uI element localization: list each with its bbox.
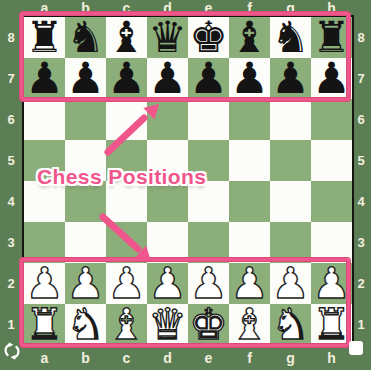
square-a7[interactable]: ♟ bbox=[24, 58, 65, 99]
white-pawn: ♟ bbox=[25, 263, 64, 304]
white-pawn: ♟ bbox=[230, 263, 269, 304]
square-e6[interactable] bbox=[188, 99, 229, 140]
square-d6[interactable] bbox=[147, 99, 188, 140]
square-d2[interactable]: ♟ bbox=[147, 263, 188, 304]
rank-labels-right: 87654321 bbox=[350, 17, 371, 345]
square-b3[interactable] bbox=[65, 222, 106, 263]
file-label-b: b bbox=[81, 351, 90, 365]
square-h5[interactable] bbox=[311, 140, 352, 181]
file-label-c: c bbox=[123, 1, 131, 15]
rank-label-2: 2 bbox=[7, 277, 14, 290]
rank-label-5: 5 bbox=[357, 154, 364, 167]
file-label-h: h bbox=[327, 1, 336, 15]
black-pawn: ♟ bbox=[148, 58, 187, 99]
square-c2[interactable]: ♟ bbox=[106, 263, 147, 304]
rank-label-1: 1 bbox=[357, 318, 364, 331]
file-label-d: d bbox=[163, 351, 172, 365]
rank-label-7: 7 bbox=[7, 72, 14, 85]
black-pawn: ♟ bbox=[230, 58, 269, 99]
white-knight: ♞ bbox=[271, 304, 310, 345]
square-f3[interactable] bbox=[229, 222, 270, 263]
file-label-e: e bbox=[205, 351, 213, 365]
black-rook: ♜ bbox=[25, 17, 64, 58]
square-g4[interactable] bbox=[270, 181, 311, 222]
black-queen: ♛ bbox=[148, 17, 187, 58]
square-c7[interactable]: ♟ bbox=[106, 58, 147, 99]
square-f5[interactable] bbox=[229, 140, 270, 181]
square-b6[interactable] bbox=[65, 99, 106, 140]
white-pawn: ♟ bbox=[271, 263, 310, 304]
white-pawn: ♟ bbox=[148, 263, 187, 304]
square-g5[interactable] bbox=[270, 140, 311, 181]
file-label-g: g bbox=[286, 1, 295, 15]
square-b2[interactable]: ♟ bbox=[65, 263, 106, 304]
square-g1[interactable]: ♞ bbox=[270, 304, 311, 345]
square-g3[interactable] bbox=[270, 222, 311, 263]
rank-label-2: 2 bbox=[357, 277, 364, 290]
rank-label-7: 7 bbox=[357, 72, 364, 85]
file-label-a: a bbox=[41, 351, 49, 365]
black-bishop: ♝ bbox=[230, 17, 269, 58]
chess-positions-label: Chess Positions bbox=[37, 165, 206, 189]
square-e2[interactable]: ♟ bbox=[188, 263, 229, 304]
black-rook: ♜ bbox=[312, 17, 351, 58]
black-knight: ♞ bbox=[66, 17, 105, 58]
square-c8[interactable]: ♝ bbox=[106, 17, 147, 58]
square-d1[interactable]: ♛ bbox=[147, 304, 188, 345]
black-king: ♚ bbox=[189, 17, 228, 58]
rank-labels-left: 87654321 bbox=[0, 17, 22, 345]
rank-label-6: 6 bbox=[357, 113, 364, 126]
file-labels-bottom: abcdefgh bbox=[24, 345, 352, 370]
square-f4[interactable] bbox=[229, 181, 270, 222]
file-label-h: h bbox=[327, 351, 336, 365]
square-d8[interactable]: ♛ bbox=[147, 17, 188, 58]
square-h1[interactable]: ♜ bbox=[311, 304, 352, 345]
file-labels-top: abcdefgh bbox=[24, 0, 352, 16]
square-b7[interactable]: ♟ bbox=[65, 58, 106, 99]
square-a1[interactable]: ♜ bbox=[24, 304, 65, 345]
white-pawn: ♟ bbox=[189, 263, 228, 304]
rank-label-1: 1 bbox=[7, 318, 14, 331]
square-h6[interactable] bbox=[311, 99, 352, 140]
square-d7[interactable]: ♟ bbox=[147, 58, 188, 99]
square-f8[interactable]: ♝ bbox=[229, 17, 270, 58]
rank-label-6: 6 bbox=[7, 113, 14, 126]
black-pawn: ♟ bbox=[66, 58, 105, 99]
square-b8[interactable]: ♞ bbox=[65, 17, 106, 58]
square-c3[interactable] bbox=[106, 222, 147, 263]
file-label-f: f bbox=[247, 1, 252, 15]
white-rook: ♜ bbox=[25, 304, 64, 345]
file-label-b: b bbox=[81, 1, 90, 15]
white-rook: ♜ bbox=[312, 304, 351, 345]
square-h4[interactable] bbox=[311, 181, 352, 222]
file-label-e: e bbox=[205, 1, 213, 15]
white-king: ♚ bbox=[189, 304, 228, 345]
black-pawn: ♟ bbox=[189, 58, 228, 99]
rank-label-8: 8 bbox=[357, 31, 364, 44]
square-h7[interactable]: ♟ bbox=[311, 58, 352, 99]
black-pawn: ♟ bbox=[107, 58, 146, 99]
white-bishop: ♝ bbox=[230, 304, 269, 345]
square-e3[interactable] bbox=[188, 222, 229, 263]
black-bishop: ♝ bbox=[107, 17, 146, 58]
square-a6[interactable] bbox=[24, 99, 65, 140]
square-f2[interactable]: ♟ bbox=[229, 263, 270, 304]
square-f1[interactable]: ♝ bbox=[229, 304, 270, 345]
square-a8[interactable]: ♜ bbox=[24, 17, 65, 58]
file-label-d: d bbox=[163, 1, 172, 15]
black-pawn: ♟ bbox=[312, 58, 351, 99]
square-d3[interactable] bbox=[147, 222, 188, 263]
white-bishop: ♝ bbox=[107, 304, 146, 345]
square-e1[interactable]: ♚ bbox=[188, 304, 229, 345]
square-e7[interactable]: ♟ bbox=[188, 58, 229, 99]
square-g2[interactable]: ♟ bbox=[270, 263, 311, 304]
square-c1[interactable]: ♝ bbox=[106, 304, 147, 345]
file-label-f: f bbox=[247, 351, 252, 365]
black-pawn: ♟ bbox=[271, 58, 310, 99]
square-a2[interactable]: ♟ bbox=[24, 263, 65, 304]
white-knight: ♞ bbox=[66, 304, 105, 345]
square-b1[interactable]: ♞ bbox=[65, 304, 106, 345]
square-g6[interactable] bbox=[270, 99, 311, 140]
square-a3[interactable] bbox=[24, 222, 65, 263]
rank-label-4: 4 bbox=[357, 195, 364, 208]
file-label-a: a bbox=[41, 1, 49, 15]
square-c6[interactable] bbox=[106, 99, 147, 140]
file-label-g: g bbox=[286, 351, 295, 365]
square-g8[interactable]: ♞ bbox=[270, 17, 311, 58]
square-f7[interactable]: ♟ bbox=[229, 58, 270, 99]
rank-label-3: 3 bbox=[7, 236, 14, 249]
square-f6[interactable] bbox=[229, 99, 270, 140]
rank-label-4: 4 bbox=[7, 195, 14, 208]
file-label-c: c bbox=[123, 351, 131, 365]
square-h3[interactable] bbox=[311, 222, 352, 263]
chess-diagram: abcdefgh abcdefgh 87654321 87654321 ♜♞♝♛… bbox=[0, 0, 371, 370]
rank-label-3: 3 bbox=[357, 236, 364, 249]
square-h8[interactable]: ♜ bbox=[311, 17, 352, 58]
white-pawn: ♟ bbox=[312, 263, 351, 304]
white-queen: ♛ bbox=[148, 304, 187, 345]
white-square-icon[interactable] bbox=[349, 341, 363, 355]
rank-label-5: 5 bbox=[7, 154, 14, 167]
black-pawn: ♟ bbox=[25, 58, 64, 99]
white-pawn: ♟ bbox=[66, 263, 105, 304]
white-pawn: ♟ bbox=[107, 263, 146, 304]
square-h2[interactable]: ♟ bbox=[311, 263, 352, 304]
square-g7[interactable]: ♟ bbox=[270, 58, 311, 99]
square-e8[interactable]: ♚ bbox=[188, 17, 229, 58]
rank-label-8: 8 bbox=[7, 31, 14, 44]
black-knight: ♞ bbox=[271, 17, 310, 58]
flip-board-icon[interactable] bbox=[3, 342, 21, 360]
